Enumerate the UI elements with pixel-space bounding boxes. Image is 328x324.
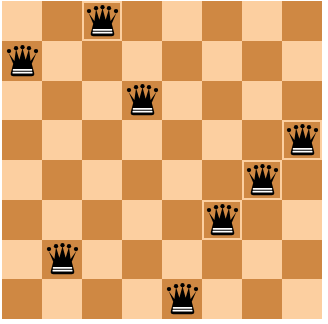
square-f8[interactable] — [202, 1, 242, 41]
square-a8[interactable] — [2, 1, 42, 41]
square-g2[interactable] — [242, 240, 282, 280]
square-b8[interactable] — [42, 1, 82, 41]
square-d8[interactable] — [122, 1, 162, 41]
square-d4[interactable] — [122, 160, 162, 200]
black-queen-icon — [244, 162, 281, 198]
square-c8[interactable] — [82, 1, 122, 41]
square-d3[interactable] — [122, 200, 162, 240]
square-h5[interactable] — [282, 120, 322, 160]
square-c1[interactable] — [82, 279, 122, 319]
eight-queens-page — [0, 0, 328, 324]
square-b1[interactable] — [42, 279, 82, 319]
square-a2[interactable] — [2, 240, 42, 280]
square-h6[interactable] — [282, 81, 322, 121]
square-b2[interactable] — [42, 240, 82, 280]
square-a7[interactable] — [2, 41, 42, 81]
square-g4[interactable] — [242, 160, 282, 200]
square-e5[interactable] — [162, 120, 202, 160]
square-d1[interactable] — [122, 279, 162, 319]
square-h4[interactable] — [282, 160, 322, 200]
square-a6[interactable] — [2, 81, 42, 121]
black-queen-icon — [124, 82, 161, 118]
square-g5[interactable] — [242, 120, 282, 160]
square-c3[interactable] — [82, 200, 122, 240]
square-e8[interactable] — [162, 1, 202, 41]
square-f1[interactable] — [202, 279, 242, 319]
square-c5[interactable] — [82, 120, 122, 160]
black-queen-icon — [284, 122, 321, 158]
square-g8[interactable] — [242, 1, 282, 41]
square-e1[interactable] — [162, 279, 202, 319]
square-e3[interactable] — [162, 200, 202, 240]
square-e4[interactable] — [162, 160, 202, 200]
square-g6[interactable] — [242, 81, 282, 121]
square-c4[interactable] — [82, 160, 122, 200]
square-f4[interactable] — [202, 160, 242, 200]
square-a1[interactable] — [2, 279, 42, 319]
square-f6[interactable] — [202, 81, 242, 121]
black-queen-icon — [84, 3, 121, 39]
square-f7[interactable] — [202, 41, 242, 81]
square-e7[interactable] — [162, 41, 202, 81]
square-f3[interactable] — [202, 200, 242, 240]
square-d6[interactable] — [122, 81, 162, 121]
square-a5[interactable] — [2, 120, 42, 160]
square-d2[interactable] — [122, 240, 162, 280]
square-b3[interactable] — [42, 200, 82, 240]
square-g3[interactable] — [242, 200, 282, 240]
square-c7[interactable] — [82, 41, 122, 81]
square-h7[interactable] — [282, 41, 322, 81]
square-h3[interactable] — [282, 200, 322, 240]
square-g7[interactable] — [242, 41, 282, 81]
square-b7[interactable] — [42, 41, 82, 81]
square-d5[interactable] — [122, 120, 162, 160]
square-c6[interactable] — [82, 81, 122, 121]
square-a3[interactable] — [2, 200, 42, 240]
square-e2[interactable] — [162, 240, 202, 280]
black-queen-icon — [4, 43, 41, 79]
square-e6[interactable] — [162, 81, 202, 121]
black-queen-icon — [44, 241, 81, 277]
square-d7[interactable] — [122, 41, 162, 81]
square-c2[interactable] — [82, 240, 122, 280]
square-f5[interactable] — [202, 120, 242, 160]
chessboard — [2, 1, 322, 319]
square-b5[interactable] — [42, 120, 82, 160]
square-b4[interactable] — [42, 160, 82, 200]
square-h8[interactable] — [282, 1, 322, 41]
black-queen-icon — [204, 202, 241, 238]
black-queen-icon — [164, 281, 201, 317]
square-a4[interactable] — [2, 160, 42, 200]
square-f2[interactable] — [202, 240, 242, 280]
square-b6[interactable] — [42, 81, 82, 121]
square-g1[interactable] — [242, 279, 282, 319]
square-h1[interactable] — [282, 279, 322, 319]
square-h2[interactable] — [282, 240, 322, 280]
